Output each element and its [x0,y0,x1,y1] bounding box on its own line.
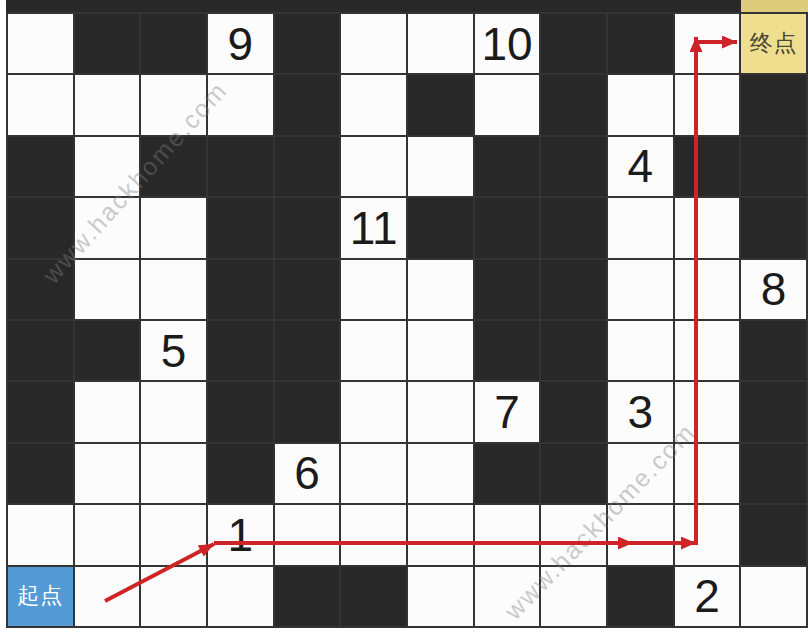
cell-r4c11 [675,198,742,259]
cell-r7c11 [675,382,742,443]
wall-cell-r3c8 [475,137,542,198]
wall-cell-r5c8 [475,260,542,321]
cell-r9c7 [408,505,475,566]
cell-r2c10 [608,75,675,136]
cell-r10c4 [208,567,275,628]
cell-r10c7 [408,567,475,628]
wall-cell-r6c1 [8,321,75,382]
cell-r7c2 [75,382,142,443]
wall-top-sliver [608,0,675,12]
cell-r8c6 [341,444,408,505]
cell-r10c2 [75,567,142,628]
wall-top-sliver [541,0,608,12]
cell-r5c3 [141,260,208,321]
wall-cell-r4c8 [475,198,542,259]
wall-cell-r4c5 [275,198,342,259]
cell-r9c5 [275,505,342,566]
cell-r2c8 [475,75,542,136]
wall-cell-r3c4 [208,137,275,198]
number-cell-10: 10 [475,14,542,75]
wall-cell-r5c5 [275,260,342,321]
wall-cell-r5c1 [8,260,75,321]
cell-r1c7 [408,14,475,75]
wall-cell-r5c4 [208,260,275,321]
cell-r9c11 [675,505,742,566]
wall-cell-r6c8 [475,321,542,382]
cell-r2c1 [8,75,75,136]
wall-cell-r10c5 [275,567,342,628]
wall-cell-r1c3 [141,14,208,75]
cell-r2c11 [675,75,742,136]
cell-r5c6 [341,260,408,321]
number-cell-8: 8 [741,260,808,321]
wall-top-sliver [407,0,474,12]
wall-cell-r1c2 [75,14,142,75]
number-cell-9: 9 [208,14,275,75]
maze-grid: 910终点411857361起点2 [6,12,808,628]
cell-r3c7 [408,137,475,198]
wall-cell-r2c5 [275,75,342,136]
cell-r4c3 [141,198,208,259]
wall-cell-r2c7 [408,75,475,136]
cell-r8c10 [608,444,675,505]
cell-r2c4 [208,75,275,136]
cell-r6c6 [341,321,408,382]
wall-cell-r7c5 [275,382,342,443]
cell-r7c3 [141,382,208,443]
wall-cell-r3c12 [741,137,808,198]
cell-r10c8 [475,567,542,628]
wall-cell-r3c3 [141,137,208,198]
cell-r8c3 [141,444,208,505]
cell-r9c1 [8,505,75,566]
wall-cell-r8c8 [475,444,542,505]
cell-r5c11 [675,260,742,321]
wall-cell-r4c7 [408,198,475,259]
number-cell-6: 6 [275,444,342,505]
cell-r10c12 [741,567,808,628]
cell-r9c10 [608,505,675,566]
wall-top-sliver [140,0,207,12]
start-cell: 起点 [8,567,75,628]
wall-top-sliver [474,0,541,12]
wall-cell-r3c1 [8,137,75,198]
cell-r5c7 [408,260,475,321]
wall-cell-r6c2 [75,321,142,382]
cell-r9c2 [75,505,142,566]
number-cell-3: 3 [608,382,675,443]
number-cell-2: 2 [675,567,742,628]
wall-cell-r1c9 [541,14,608,75]
maze-walkthrough-screenshot: 910终点411857361起点2 www.hackhome.com www.h… [0,0,808,640]
wall-cell-r4c4 [208,198,275,259]
wall-cell-r7c1 [8,382,75,443]
wall-cell-r4c1 [8,198,75,259]
number-cell-7: 7 [475,382,542,443]
wall-cell-r8c9 [541,444,608,505]
wall-cell-r10c10 [608,567,675,628]
wall-cell-r1c10 [608,14,675,75]
end-cell-top-sliver [741,0,808,12]
cell-r3c6 [341,137,408,198]
number-cell-1: 1 [208,505,275,566]
cell-r9c3 [141,505,208,566]
wall-cell-r4c9 [541,198,608,259]
cell-r4c10 [608,198,675,259]
wall-cell-r4c12 [741,198,808,259]
cell-r9c8 [475,505,542,566]
cell-r9c6 [341,505,408,566]
cell-r9c9 [541,505,608,566]
number-cell-11: 11 [341,198,408,259]
cell-r2c6 [341,75,408,136]
cell-r6c7 [408,321,475,382]
cell-r5c2 [75,260,142,321]
wall-top-sliver [207,0,274,12]
cell-r1c6 [341,14,408,75]
cell-r6c11 [675,321,742,382]
wall-cell-r2c9 [541,75,608,136]
end-cell: 终点 [741,14,808,75]
cell-r10c3 [141,567,208,628]
cell-r3c2 [75,137,142,198]
wall-cell-r2c12 [741,75,808,136]
cell-r5c10 [608,260,675,321]
wall-cell-r6c9 [541,321,608,382]
wall-cell-r8c4 [208,444,275,505]
wall-cell-r10c6 [341,567,408,628]
top-edge-strip [6,0,808,12]
cell-r2c2 [75,75,142,136]
wall-cell-r1c5 [275,14,342,75]
wall-cell-r3c5 [275,137,342,198]
wall-cell-r7c4 [208,382,275,443]
wall-cell-r9c12 [741,505,808,566]
wall-cell-r8c12 [741,444,808,505]
wall-cell-r3c9 [541,137,608,198]
wall-top-sliver [340,0,407,12]
wall-top-sliver [73,0,140,12]
cell-r7c7 [408,382,475,443]
cell-r1c11 [675,14,742,75]
cell-r10c9 [541,567,608,628]
number-cell-4: 4 [608,137,675,198]
maze-board: 910终点411857361起点2 [6,0,808,628]
cell-r7c6 [341,382,408,443]
number-cell-5: 5 [141,321,208,382]
wall-cell-r8c1 [8,444,75,505]
wall-cell-r7c9 [541,382,608,443]
cell-r8c11 [675,444,742,505]
cell-r8c7 [408,444,475,505]
wall-cell-r3c11 [675,137,742,198]
cell-r8c2 [75,444,142,505]
cell-r4c2 [75,198,142,259]
wall-cell-r7c12 [741,382,808,443]
wall-cell-r6c5 [275,321,342,382]
wall-cell-r6c12 [741,321,808,382]
cell-r2c3 [141,75,208,136]
wall-top-sliver [674,0,741,12]
wall-top-sliver [6,0,73,12]
cell-r6c10 [608,321,675,382]
wall-cell-r6c4 [208,321,275,382]
wall-top-sliver [273,0,340,12]
cell-r1c1 [8,14,75,75]
wall-cell-r5c9 [541,260,608,321]
